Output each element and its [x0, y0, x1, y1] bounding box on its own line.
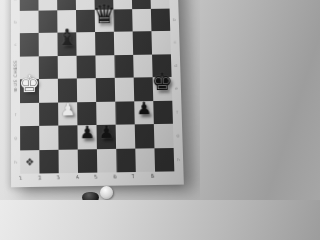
file-label: b: [170, 8, 180, 31]
square-f6: [115, 101, 135, 125]
square-e3: [58, 78, 77, 102]
square-c2: [39, 33, 58, 56]
square-b7: [132, 8, 151, 31]
square-d4: [77, 55, 96, 78]
square-f8: [153, 100, 173, 124]
square-f1: [20, 102, 39, 126]
square-h6: [116, 148, 136, 172]
square-a2: [38, 0, 57, 10]
square-h1: ❖: [20, 150, 39, 174]
square-c6: [114, 31, 133, 54]
rank-label: 6: [104, 171, 124, 182]
photo-table-surface: ❖ ♛♝♚♚♟♟♟♟ 12345678 abcdefgh abcdefgh ⊕ …: [0, 0, 200, 200]
square-a1: [20, 0, 39, 10]
square-g1: [20, 126, 39, 150]
square-c8: [151, 31, 170, 54]
square-h2: [39, 149, 58, 173]
brand-label: US CHESS: [13, 60, 18, 86]
square-d3: [58, 55, 77, 78]
square-b4: [76, 9, 95, 32]
square-d6: [114, 54, 133, 77]
file-label: f: [11, 103, 20, 127]
file-label: f: [172, 100, 182, 124]
square-e1: [20, 79, 39, 103]
square-b3: [57, 10, 76, 33]
rank-label: 5: [86, 171, 106, 182]
square-e2: [39, 79, 58, 103]
file-label: d: [171, 54, 181, 77]
square-g2: [39, 126, 58, 150]
file-label: a: [11, 0, 20, 11]
square-c3: [57, 32, 76, 55]
square-e8: [153, 77, 173, 101]
file-label: b: [11, 10, 20, 33]
captured-black-piece: [82, 192, 99, 200]
brand-logo-icon: ⊕: [13, 87, 18, 91]
square-c5: [95, 32, 114, 55]
file-label: c: [170, 31, 180, 54]
corner-ornament-icon: ❖: [20, 150, 39, 174]
square-b5: [95, 9, 114, 32]
square-g4: [77, 125, 96, 149]
file-label: c: [11, 33, 20, 56]
square-f7: [134, 101, 154, 125]
square-g6: [116, 124, 136, 148]
square-d2: [39, 56, 58, 79]
square-g3: [58, 125, 77, 149]
square-f5: [96, 101, 115, 125]
square-h4: [78, 149, 98, 173]
file-label: g: [173, 124, 183, 148]
rank-label: 2: [29, 172, 49, 183]
captured-white-piece: [100, 186, 113, 199]
chessboard: ❖ ♛♝♚♚♟♟♟♟ 12345678 abcdefgh abcdefgh ⊕ …: [11, 0, 184, 187]
square-b8: [151, 8, 170, 31]
square-a5: [94, 0, 113, 9]
file-label: g: [11, 126, 20, 150]
square-d5: [95, 55, 114, 78]
rank-label: 8: [142, 170, 162, 181]
square-b1: [20, 10, 39, 33]
bottom-coordinates: 12345678: [11, 173, 161, 182]
square-b2: [39, 10, 58, 33]
square-f4: [77, 101, 96, 125]
square-g7: [135, 124, 155, 148]
square-a6: [113, 0, 132, 9]
square-h7: [135, 148, 155, 172]
square-b6: [113, 9, 132, 32]
brand-text: ⊕ US CHESS: [11, 56, 20, 96]
rank-label: 4: [67, 172, 87, 183]
board-grid: ❖: [20, 0, 175, 174]
square-g8: [154, 124, 174, 148]
file-label: h: [174, 147, 184, 171]
square-d1: [20, 56, 39, 79]
square-a7: [132, 0, 151, 9]
square-d7: [133, 54, 152, 77]
square-h8: [154, 147, 174, 171]
square-c1: [20, 33, 39, 56]
file-label: h: [11, 150, 20, 174]
square-h5: [97, 148, 117, 172]
square-c4: [76, 32, 95, 55]
square-e4: [77, 78, 96, 102]
rank-label: 7: [123, 171, 143, 182]
square-e5: [96, 78, 115, 102]
file-label: a: [169, 0, 179, 8]
square-a8: [150, 0, 169, 8]
file-label: e: [172, 77, 182, 100]
square-d8: [152, 54, 172, 77]
square-c7: [133, 31, 152, 54]
square-a4: [76, 0, 95, 10]
square-f3: [58, 102, 77, 126]
square-a3: [57, 0, 76, 10]
square-g5: [97, 125, 117, 149]
square-e6: [115, 78, 134, 102]
rank-label: 3: [48, 172, 68, 183]
square-f2: [39, 102, 58, 126]
square-h3: [59, 149, 78, 173]
rank-label: 1: [11, 173, 31, 184]
square-e7: [134, 77, 154, 101]
